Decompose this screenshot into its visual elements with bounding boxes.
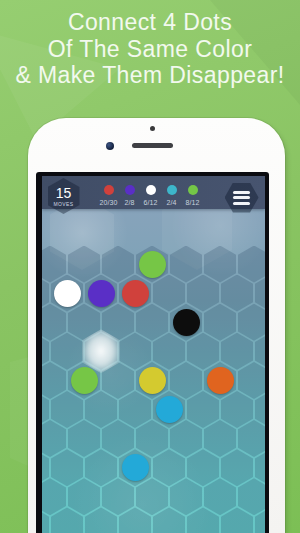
- dot-red[interactable]: [122, 280, 149, 307]
- dot-purple[interactable]: [88, 280, 115, 307]
- green-dot-icon: [188, 185, 198, 195]
- menu-button[interactable]: [225, 183, 259, 213]
- hex-cell: [170, 246, 202, 283]
- hex-cell: [102, 420, 134, 457]
- hex-cell: [187, 333, 219, 370]
- marketing-tagline: Connect 4 Dots Of The Same Color & Make …: [0, 9, 300, 89]
- hex-cell: [204, 478, 236, 515]
- tagline-line-3: & Make Them Disappear!: [0, 62, 300, 89]
- hex-cell: [136, 304, 168, 341]
- tagline-line-2: Of The Same Color: [0, 36, 300, 63]
- hex-cell: [204, 420, 236, 457]
- hex-cell: [42, 420, 66, 457]
- hex-board: [42, 176, 265, 533]
- hex-cell: [170, 420, 202, 457]
- front-camera-icon: [106, 142, 114, 150]
- moves-label: MOVES: [53, 201, 73, 207]
- hex-cell: [68, 246, 100, 283]
- counter-label: 20/30: [99, 199, 117, 206]
- counter-label: 8/12: [185, 199, 199, 206]
- hex-cell: [204, 246, 236, 283]
- dot-white[interactable]: [54, 280, 81, 307]
- hex-cell: [238, 478, 265, 515]
- hex-cell: [85, 449, 117, 486]
- hex-cell: [102, 478, 134, 515]
- white-dot-icon: [146, 185, 156, 195]
- hex-cell: [238, 420, 265, 457]
- hex-cell: [153, 275, 185, 312]
- dot-cyan[interactable]: [122, 454, 149, 481]
- hex-cell: [187, 391, 219, 428]
- hex-cell: [238, 304, 265, 341]
- dot-cyan[interactable]: [156, 396, 183, 423]
- hex-cell: [119, 391, 151, 428]
- dot-green[interactable]: [71, 367, 98, 394]
- hex-cell: [119, 333, 151, 370]
- hex-cell: [102, 246, 134, 283]
- color-counter-green: 8/12: [182, 185, 203, 206]
- purple-dot-icon: [125, 185, 135, 195]
- phone-screen-bezel: 15 MOVES 20/302/86/122/48/12: [36, 172, 269, 533]
- hex-cell: [187, 275, 219, 312]
- hex-cell: [85, 391, 117, 428]
- game-screen: 15 MOVES 20/302/86/122/48/12: [42, 176, 265, 533]
- dot-yellow[interactable]: [139, 367, 166, 394]
- color-counter-cyan: 2/4: [161, 185, 182, 206]
- earpiece-speaker: [132, 143, 173, 149]
- hex-cell: [42, 478, 66, 515]
- cyan-dot-icon: [167, 185, 177, 195]
- color-counter-red: 20/30: [98, 185, 119, 206]
- hex-cell: [51, 391, 83, 428]
- hex-cell: [136, 420, 168, 457]
- hex-cell: [221, 449, 253, 486]
- moves-value: 15: [56, 186, 72, 200]
- hex-cell: [187, 449, 219, 486]
- hex-cell: [238, 246, 265, 283]
- hex-cell: [42, 304, 66, 341]
- iphone-mockup: 15 MOVES 20/302/86/122/48/12: [28, 118, 285, 533]
- color-counter-white: 6/12: [140, 185, 161, 206]
- counter-label: 2/8: [124, 199, 134, 206]
- hex-cell: [221, 275, 253, 312]
- hex-cell: [136, 478, 168, 515]
- hex-cell: [42, 246, 66, 283]
- dot-black[interactable]: [173, 309, 200, 336]
- hex-cell: [170, 478, 202, 515]
- hex-cell: [221, 333, 253, 370]
- red-dot-icon: [104, 185, 114, 195]
- app-store-screenshot: Connect 4 Dots Of The Same Color & Make …: [0, 0, 300, 533]
- hex-cell: [51, 333, 83, 370]
- hex-cell: [68, 420, 100, 457]
- counter-label: 6/12: [143, 199, 157, 206]
- moves-counter-badge: 15 MOVES: [48, 178, 80, 214]
- dot-green[interactable]: [139, 251, 166, 278]
- color-counter-purple: 2/8: [119, 185, 140, 206]
- hex-cell: [51, 449, 83, 486]
- hex-cell: [238, 362, 265, 399]
- hex-cell: [170, 362, 202, 399]
- hex-cell: [68, 478, 100, 515]
- hex-cell: [153, 333, 185, 370]
- counter-label: 2/4: [166, 199, 176, 206]
- hex-cell: [42, 362, 66, 399]
- dot-orange[interactable]: [207, 367, 234, 394]
- hex-cell: [153, 449, 185, 486]
- game-hud: 15 MOVES 20/302/86/122/48/12: [42, 176, 265, 209]
- color-counters: 20/302/86/122/48/12: [98, 185, 203, 206]
- hex-cell: [221, 391, 253, 428]
- proximity-sensor-dot: [150, 126, 155, 131]
- hex-cell: [204, 304, 236, 341]
- tagline-line-1: Connect 4 Dots: [0, 9, 300, 36]
- hamburger-menu-icon: [233, 191, 250, 194]
